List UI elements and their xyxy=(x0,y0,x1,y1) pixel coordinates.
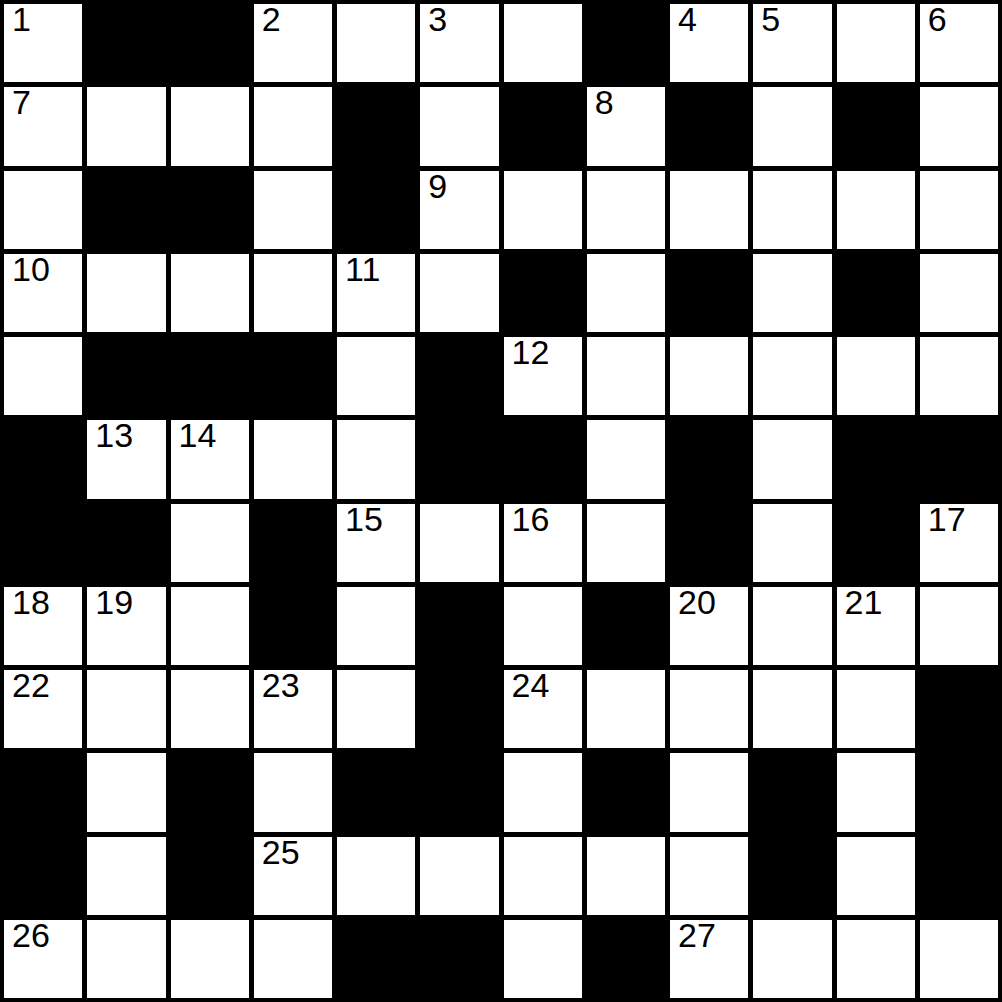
letter-cell-r10c1[interactable] xyxy=(87,837,165,915)
letter-cell-r0c3[interactable]: 2 xyxy=(254,4,332,82)
block-cell-r5c0 xyxy=(4,420,82,498)
letter-cell-r2c5[interactable]: 9 xyxy=(420,171,498,249)
letter-cell-r4c7[interactable] xyxy=(587,337,665,415)
block-cell-r5c8 xyxy=(670,420,748,498)
block-cell-r4c1 xyxy=(87,337,165,415)
letter-cell-r4c6[interactable]: 12 xyxy=(504,337,582,415)
letter-cell-r0c11[interactable]: 6 xyxy=(920,4,998,82)
letter-cell-r2c10[interactable] xyxy=(837,171,915,249)
clue-number-19: 19 xyxy=(95,585,133,619)
block-cell-r8c5 xyxy=(420,670,498,748)
letter-cell-r6c2[interactable] xyxy=(171,504,249,582)
letter-cell-r4c11[interactable] xyxy=(920,337,998,415)
clue-number-25: 25 xyxy=(262,835,300,869)
letter-cell-r10c4[interactable] xyxy=(337,837,415,915)
block-cell-r2c1 xyxy=(87,171,165,249)
letter-cell-r10c3[interactable]: 25 xyxy=(254,837,332,915)
clue-number-27: 27 xyxy=(678,918,716,952)
letter-cell-r8c3[interactable]: 23 xyxy=(254,670,332,748)
letter-cell-r7c4[interactable] xyxy=(337,587,415,665)
letter-cell-r7c2[interactable] xyxy=(171,587,249,665)
block-cell-r10c9 xyxy=(753,837,831,915)
letter-cell-r5c1[interactable]: 13 xyxy=(87,420,165,498)
letter-cell-r1c7[interactable]: 8 xyxy=(587,87,665,165)
block-cell-r0c1 xyxy=(87,4,165,82)
letter-cell-r8c0[interactable]: 22 xyxy=(4,670,82,748)
clue-number-2: 2 xyxy=(262,2,281,36)
letter-cell-r2c8[interactable] xyxy=(670,171,748,249)
letter-cell-r8c4[interactable] xyxy=(337,670,415,748)
block-cell-r7c7 xyxy=(587,587,665,665)
letter-cell-r7c6[interactable] xyxy=(504,587,582,665)
letter-cell-r6c7[interactable] xyxy=(587,504,665,582)
letter-cell-r3c4[interactable]: 11 xyxy=(337,254,415,332)
letter-cell-r9c3[interactable] xyxy=(254,753,332,831)
letter-cell-r8c9[interactable] xyxy=(753,670,831,748)
clue-number-24: 24 xyxy=(512,668,550,702)
block-cell-r9c4 xyxy=(337,753,415,831)
letter-cell-r2c0[interactable] xyxy=(4,171,82,249)
clue-number-14: 14 xyxy=(179,418,217,452)
letter-cell-r8c1[interactable] xyxy=(87,670,165,748)
clue-number-26: 26 xyxy=(12,918,50,952)
block-cell-r4c2 xyxy=(171,337,249,415)
clue-number-5: 5 xyxy=(761,2,780,36)
letter-cell-r3c7[interactable] xyxy=(587,254,665,332)
letter-cell-r4c9[interactable] xyxy=(753,337,831,415)
letter-cell-r5c9[interactable] xyxy=(753,420,831,498)
letter-cell-r9c1[interactable] xyxy=(87,753,165,831)
letter-cell-r0c8[interactable]: 4 xyxy=(670,4,748,82)
block-cell-r5c5 xyxy=(420,420,498,498)
clue-number-10: 10 xyxy=(12,252,50,286)
clue-number-17: 17 xyxy=(928,502,966,536)
letter-cell-r4c4[interactable] xyxy=(337,337,415,415)
block-cell-r4c3 xyxy=(254,337,332,415)
letter-cell-r4c0[interactable] xyxy=(4,337,82,415)
block-cell-r9c0 xyxy=(4,753,82,831)
letter-cell-r0c10[interactable] xyxy=(837,4,915,82)
block-cell-r11c4 xyxy=(337,920,415,998)
clue-number-23: 23 xyxy=(262,668,300,702)
clue-number-20: 20 xyxy=(678,585,716,619)
clue-number-9: 9 xyxy=(428,169,447,203)
letter-cell-r2c7[interactable] xyxy=(587,171,665,249)
letter-cell-r10c7[interactable] xyxy=(587,837,665,915)
clue-number-21: 21 xyxy=(845,585,883,619)
block-cell-r9c7 xyxy=(587,753,665,831)
letter-cell-r0c6[interactable] xyxy=(504,4,582,82)
block-cell-r8c11 xyxy=(920,670,998,748)
block-cell-r10c2 xyxy=(171,837,249,915)
letter-cell-r1c2[interactable] xyxy=(171,87,249,165)
block-cell-r1c8 xyxy=(670,87,748,165)
letter-cell-r3c9[interactable] xyxy=(753,254,831,332)
letter-cell-r10c10[interactable] xyxy=(837,837,915,915)
block-cell-r3c10 xyxy=(837,254,915,332)
letter-cell-r6c11[interactable]: 17 xyxy=(920,504,998,582)
clue-number-8: 8 xyxy=(595,85,614,119)
letter-cell-r2c6[interactable] xyxy=(504,171,582,249)
letter-cell-r1c0[interactable]: 7 xyxy=(4,87,82,165)
letter-cell-r6c6[interactable]: 16 xyxy=(504,504,582,582)
clue-number-11: 11 xyxy=(345,252,380,286)
clue-number-7: 7 xyxy=(12,85,31,119)
letter-cell-r0c5[interactable]: 3 xyxy=(420,4,498,82)
clue-number-16: 16 xyxy=(512,502,550,536)
letter-cell-r5c2[interactable]: 14 xyxy=(171,420,249,498)
letter-cell-r7c10[interactable]: 21 xyxy=(837,587,915,665)
letter-cell-r6c9[interactable] xyxy=(753,504,831,582)
block-cell-r5c6 xyxy=(504,420,582,498)
block-cell-r1c4 xyxy=(337,87,415,165)
letter-cell-r6c4[interactable]: 15 xyxy=(337,504,415,582)
clue-number-3: 3 xyxy=(428,2,447,36)
letter-cell-r8c2[interactable] xyxy=(171,670,249,748)
letter-cell-r0c4[interactable] xyxy=(337,4,415,82)
letter-cell-r11c8[interactable]: 27 xyxy=(670,920,748,998)
letter-cell-r2c11[interactable] xyxy=(920,171,998,249)
letter-cell-r7c8[interactable]: 20 xyxy=(670,587,748,665)
clue-number-22: 22 xyxy=(12,668,50,702)
letter-cell-r3c2[interactable] xyxy=(171,254,249,332)
letter-cell-r4c8[interactable] xyxy=(670,337,748,415)
block-cell-r1c6 xyxy=(504,87,582,165)
letter-cell-r10c5[interactable] xyxy=(420,837,498,915)
letter-cell-r1c9[interactable] xyxy=(753,87,831,165)
block-cell-r9c9 xyxy=(753,753,831,831)
letter-cell-r3c5[interactable] xyxy=(420,254,498,332)
block-cell-r6c1 xyxy=(87,504,165,582)
block-cell-r0c2 xyxy=(171,4,249,82)
letter-cell-r2c3[interactable] xyxy=(254,171,332,249)
letter-cell-r1c3[interactable] xyxy=(254,87,332,165)
block-cell-r10c0 xyxy=(4,837,82,915)
letter-cell-r8c10[interactable] xyxy=(837,670,915,748)
block-cell-r11c5 xyxy=(420,920,498,998)
letter-cell-r9c10[interactable] xyxy=(837,753,915,831)
letter-cell-r11c9[interactable] xyxy=(753,920,831,998)
block-cell-r6c0 xyxy=(4,504,82,582)
block-cell-r3c6 xyxy=(504,254,582,332)
letter-cell-r11c6[interactable] xyxy=(504,920,582,998)
letter-cell-r10c8[interactable] xyxy=(670,837,748,915)
letter-cell-r7c9[interactable] xyxy=(753,587,831,665)
block-cell-r6c3 xyxy=(254,504,332,582)
letter-cell-r11c11[interactable] xyxy=(920,920,998,998)
letter-cell-r0c9[interactable]: 5 xyxy=(753,4,831,82)
letter-cell-r11c10[interactable] xyxy=(837,920,915,998)
block-cell-r2c2 xyxy=(171,171,249,249)
block-cell-r10c11 xyxy=(920,837,998,915)
letter-cell-r5c4[interactable] xyxy=(337,420,415,498)
letter-cell-r11c0[interactable]: 26 xyxy=(4,920,82,998)
block-cell-r6c8 xyxy=(670,504,748,582)
block-cell-r3c8 xyxy=(670,254,748,332)
block-cell-r9c2 xyxy=(171,753,249,831)
block-cell-r1c10 xyxy=(837,87,915,165)
letter-cell-r1c1[interactable] xyxy=(87,87,165,165)
block-cell-r6c10 xyxy=(837,504,915,582)
letter-cell-r4c10[interactable] xyxy=(837,337,915,415)
clue-number-6: 6 xyxy=(928,2,947,36)
letter-cell-r3c11[interactable] xyxy=(920,254,998,332)
letter-cell-r8c8[interactable] xyxy=(670,670,748,748)
letter-cell-r7c1[interactable]: 19 xyxy=(87,587,165,665)
letter-cell-r3c3[interactable] xyxy=(254,254,332,332)
block-cell-r11c7 xyxy=(587,920,665,998)
block-cell-r7c3 xyxy=(254,587,332,665)
letter-cell-r3c0[interactable]: 10 xyxy=(4,254,82,332)
letter-cell-r9c8[interactable] xyxy=(670,753,748,831)
letter-cell-r7c11[interactable] xyxy=(920,587,998,665)
letter-cell-r8c7[interactable] xyxy=(587,670,665,748)
letter-cell-r11c2[interactable] xyxy=(171,920,249,998)
letter-cell-r8c6[interactable]: 24 xyxy=(504,670,582,748)
block-cell-r9c11 xyxy=(920,753,998,831)
block-cell-r5c10 xyxy=(837,420,915,498)
block-cell-r9c5 xyxy=(420,753,498,831)
letter-cell-r5c3[interactable] xyxy=(254,420,332,498)
letter-cell-r6c5[interactable] xyxy=(420,504,498,582)
clue-number-15: 15 xyxy=(345,502,383,536)
letter-cell-r9c6[interactable] xyxy=(504,753,582,831)
letter-cell-r11c1[interactable] xyxy=(87,920,165,998)
clue-number-1: 1 xyxy=(12,2,31,36)
clue-number-13: 13 xyxy=(95,418,133,452)
letter-cell-r11c3[interactable] xyxy=(254,920,332,998)
letter-cell-r2c9[interactable] xyxy=(753,171,831,249)
clue-number-12: 12 xyxy=(512,335,550,369)
letter-cell-r10c6[interactable] xyxy=(504,837,582,915)
letter-cell-r7c0[interactable]: 18 xyxy=(4,587,82,665)
clue-number-18: 18 xyxy=(12,585,50,619)
block-cell-r2c4 xyxy=(337,171,415,249)
letter-cell-r1c5[interactable] xyxy=(420,87,498,165)
clue-number-4: 4 xyxy=(678,2,697,36)
letter-cell-r3c1[interactable] xyxy=(87,254,165,332)
letter-cell-r1c11[interactable] xyxy=(920,87,998,165)
block-cell-r5c11 xyxy=(920,420,998,498)
block-cell-r4c5 xyxy=(420,337,498,415)
letter-cell-r0c0[interactable]: 1 xyxy=(4,4,82,82)
block-cell-r7c5 xyxy=(420,587,498,665)
crossword-grid: 1234567891011121314151617181920212223242… xyxy=(0,0,1002,1002)
block-cell-r0c7 xyxy=(587,4,665,82)
letter-cell-r5c7[interactable] xyxy=(587,420,665,498)
